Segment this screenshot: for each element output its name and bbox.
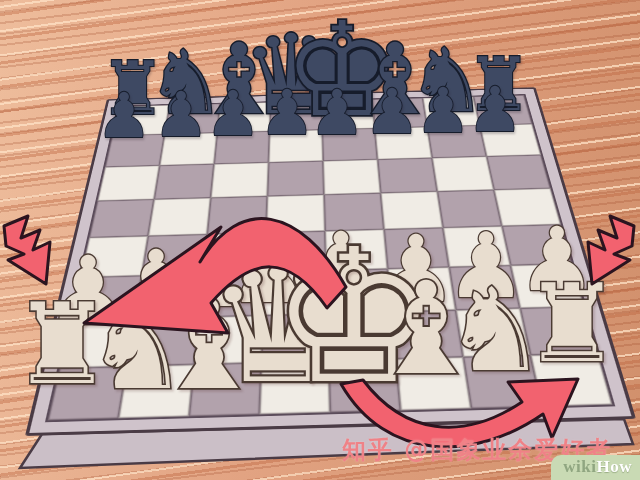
square-b8 bbox=[165, 104, 220, 135]
square-e6 bbox=[323, 159, 381, 194]
square-f3 bbox=[388, 267, 456, 312]
square-a8 bbox=[112, 105, 169, 136]
wikihow-wiki-label: wiki bbox=[563, 457, 596, 476]
square-a3 bbox=[70, 276, 141, 321]
square-h4 bbox=[502, 224, 572, 265]
square-g8 bbox=[423, 97, 480, 127]
square-c8 bbox=[217, 102, 271, 133]
square-c6 bbox=[211, 162, 269, 197]
square-e2 bbox=[327, 312, 396, 361]
square-g4 bbox=[443, 226, 511, 267]
square-e8 bbox=[321, 99, 374, 129]
chess-board bbox=[66, 0, 584, 480]
square-c2 bbox=[194, 315, 263, 364]
square-g3 bbox=[449, 265, 520, 310]
illustration-canvas: ♜♞♝♛♚♝♞♜♟♟♟♟♟♟♟♟♟♟♟♟♟♟♟♟♜♞♝♛♚♝♞♜ 知乎 @国象业… bbox=[0, 0, 640, 480]
square-a5 bbox=[89, 199, 154, 237]
square-h6 bbox=[487, 155, 551, 190]
square-f5 bbox=[381, 191, 443, 229]
square-h8 bbox=[473, 95, 532, 125]
square-d2 bbox=[261, 314, 328, 363]
square-h2 bbox=[520, 306, 598, 355]
board-frame bbox=[25, 87, 636, 436]
square-f2 bbox=[392, 310, 464, 359]
square-e4 bbox=[325, 229, 388, 270]
square-g7 bbox=[427, 125, 486, 158]
board-grid bbox=[45, 94, 615, 422]
square-f6 bbox=[378, 158, 438, 193]
square-b1 bbox=[118, 364, 194, 418]
square-f1 bbox=[396, 357, 471, 411]
square-d6 bbox=[267, 161, 324, 196]
square-d3 bbox=[263, 271, 327, 316]
wikihow-badge: wikiHow bbox=[551, 455, 640, 480]
square-d5 bbox=[266, 195, 325, 233]
square-g6 bbox=[432, 156, 494, 191]
square-d8 bbox=[270, 101, 323, 131]
square-g1 bbox=[463, 355, 542, 408]
square-b4 bbox=[142, 234, 207, 275]
square-b5 bbox=[148, 198, 211, 236]
square-g2 bbox=[456, 308, 531, 357]
square-e7 bbox=[322, 128, 377, 161]
square-h1 bbox=[530, 353, 612, 406]
square-h7 bbox=[480, 124, 541, 156]
square-d1 bbox=[259, 361, 330, 415]
square-c1 bbox=[189, 363, 261, 417]
square-e5 bbox=[324, 193, 384, 231]
square-f4 bbox=[384, 228, 449, 269]
square-e3 bbox=[326, 269, 391, 314]
square-c4 bbox=[203, 233, 266, 274]
square-d7 bbox=[269, 130, 323, 163]
square-e1 bbox=[329, 359, 401, 413]
square-a1 bbox=[48, 366, 127, 420]
square-c7 bbox=[214, 131, 270, 164]
square-f8 bbox=[372, 98, 427, 128]
square-g5 bbox=[437, 190, 502, 228]
square-b3 bbox=[135, 274, 204, 319]
square-a2 bbox=[60, 319, 135, 368]
square-b2 bbox=[127, 317, 199, 366]
square-a4 bbox=[80, 236, 148, 277]
square-d4 bbox=[265, 231, 327, 272]
square-b7 bbox=[160, 133, 218, 166]
square-f7 bbox=[375, 127, 432, 160]
square-c3 bbox=[199, 272, 265, 317]
square-c5 bbox=[207, 196, 267, 234]
square-h5 bbox=[494, 188, 561, 226]
wikihow-how-label: How bbox=[597, 457, 633, 476]
square-h3 bbox=[511, 264, 585, 309]
square-b6 bbox=[154, 164, 214, 199]
square-a7 bbox=[105, 134, 165, 167]
square-a6 bbox=[97, 166, 159, 201]
